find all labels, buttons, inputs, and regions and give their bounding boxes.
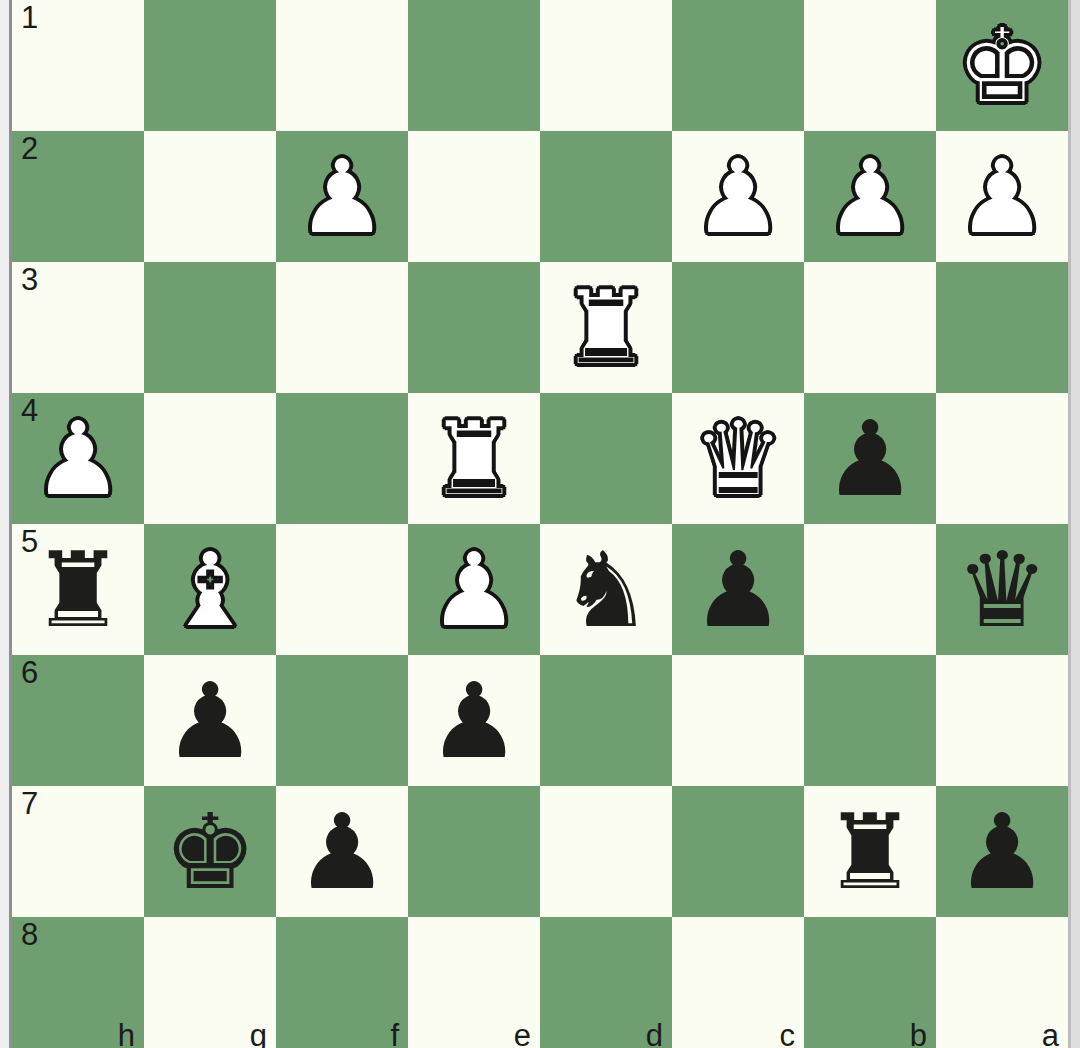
square-a3[interactable]	[936, 262, 1068, 393]
square-d4[interactable]	[540, 393, 672, 524]
white-pawn-h4[interactable]: ♟	[12, 393, 144, 524]
file-label-e: e	[514, 1017, 531, 1048]
left-gutter	[0, 0, 12, 1048]
square-g7[interactable]: ♚	[144, 786, 276, 917]
square-f8[interactable]: f	[276, 917, 408, 1048]
rank-label-3: 3	[21, 264, 38, 295]
square-a1[interactable]: ♚	[936, 0, 1068, 131]
square-h6[interactable]: 6	[12, 655, 144, 786]
square-b2[interactable]: ♟	[804, 131, 936, 262]
square-g1[interactable]	[144, 0, 276, 131]
square-b6[interactable]	[804, 655, 936, 786]
square-a7[interactable]: ♟	[936, 786, 1068, 917]
square-b3[interactable]	[804, 262, 936, 393]
square-e3[interactable]	[408, 262, 540, 393]
square-f3[interactable]	[276, 262, 408, 393]
file-label-f: f	[390, 1017, 399, 1048]
black-king-g7[interactable]: ♚	[144, 786, 276, 917]
square-e8[interactable]: e	[408, 917, 540, 1048]
square-h2[interactable]: 2	[12, 131, 144, 262]
square-e2[interactable]	[408, 131, 540, 262]
file-label-h: h	[118, 1017, 135, 1048]
square-g5[interactable]: ♝	[144, 524, 276, 655]
file-label-d: d	[646, 1017, 663, 1048]
black-pawn-a7[interactable]: ♟	[936, 786, 1068, 917]
black-rook-h5[interactable]: ♜	[12, 524, 144, 655]
rank-label-6: 6	[21, 657, 38, 688]
square-c4[interactable]: ♛	[672, 393, 804, 524]
square-h5[interactable]: 5♜	[12, 524, 144, 655]
square-c5[interactable]: ♟	[672, 524, 804, 655]
black-rook-b7[interactable]: ♜	[804, 786, 936, 917]
file-label-b: b	[910, 1017, 927, 1048]
white-pawn-c2[interactable]: ♟	[672, 131, 804, 262]
rank-label-1: 1	[21, 2, 38, 33]
square-h1[interactable]: 1	[12, 0, 144, 131]
white-pawn-a2[interactable]: ♟	[936, 131, 1068, 262]
square-e5[interactable]: ♟	[408, 524, 540, 655]
square-c3[interactable]	[672, 262, 804, 393]
square-g6[interactable]: ♟	[144, 655, 276, 786]
square-g8[interactable]: g	[144, 917, 276, 1048]
white-pawn-e5[interactable]: ♟	[408, 524, 540, 655]
square-d1[interactable]	[540, 0, 672, 131]
square-f5[interactable]	[276, 524, 408, 655]
square-b7[interactable]: ♜	[804, 786, 936, 917]
square-h3[interactable]: 3	[12, 262, 144, 393]
square-c8[interactable]: c	[672, 917, 804, 1048]
square-g3[interactable]	[144, 262, 276, 393]
black-pawn-g6[interactable]: ♟	[144, 655, 276, 786]
white-rook-d3[interactable]: ♜	[540, 262, 672, 393]
white-king-a1[interactable]: ♚	[936, 0, 1068, 131]
square-c6[interactable]	[672, 655, 804, 786]
chess-board: 1♚2♟♟♟♟3♜4♟♜♛♟5♜♝♟♞♟♛6♟♟7♚♟♜♟8hgfedcba	[12, 0, 1068, 1048]
square-d2[interactable]	[540, 131, 672, 262]
square-e6[interactable]: ♟	[408, 655, 540, 786]
square-c7[interactable]	[672, 786, 804, 917]
square-f1[interactable]	[276, 0, 408, 131]
black-pawn-b4[interactable]: ♟	[804, 393, 936, 524]
square-a2[interactable]: ♟	[936, 131, 1068, 262]
right-gutter	[1068, 0, 1080, 1048]
square-e7[interactable]	[408, 786, 540, 917]
white-queen-c4[interactable]: ♛	[672, 393, 804, 524]
chess-app-screen: 1♚2♟♟♟♟3♜4♟♜♛♟5♜♝♟♞♟♛6♟♟7♚♟♜♟8hgfedcba	[0, 0, 1080, 1048]
square-b4[interactable]: ♟	[804, 393, 936, 524]
square-c1[interactable]	[672, 0, 804, 131]
white-pawn-f2[interactable]: ♟	[276, 131, 408, 262]
black-queen-a5[interactable]: ♛	[936, 524, 1068, 655]
square-d5[interactable]: ♞	[540, 524, 672, 655]
square-b8[interactable]: b	[804, 917, 936, 1048]
square-d8[interactable]: d	[540, 917, 672, 1048]
square-d6[interactable]	[540, 655, 672, 786]
file-label-a: a	[1042, 1017, 1059, 1048]
square-g2[interactable]	[144, 131, 276, 262]
square-h8[interactable]: 8h	[12, 917, 144, 1048]
square-f7[interactable]: ♟	[276, 786, 408, 917]
black-pawn-e6[interactable]: ♟	[408, 655, 540, 786]
square-e1[interactable]	[408, 0, 540, 131]
square-d3[interactable]: ♜	[540, 262, 672, 393]
square-d7[interactable]	[540, 786, 672, 917]
square-c2[interactable]: ♟	[672, 131, 804, 262]
file-label-g: g	[250, 1017, 267, 1048]
square-f4[interactable]	[276, 393, 408, 524]
square-a8[interactable]: a	[936, 917, 1068, 1048]
white-rook-e4[interactable]: ♜	[408, 393, 540, 524]
square-h7[interactable]: 7	[12, 786, 144, 917]
rank-label-8: 8	[21, 919, 38, 950]
square-b5[interactable]	[804, 524, 936, 655]
file-label-c: c	[780, 1017, 796, 1048]
white-bishop-g5[interactable]: ♝	[144, 524, 276, 655]
white-pawn-b2[interactable]: ♟	[804, 131, 936, 262]
square-e4[interactable]: ♜	[408, 393, 540, 524]
square-f2[interactable]: ♟	[276, 131, 408, 262]
black-pawn-c5[interactable]: ♟	[672, 524, 804, 655]
square-f6[interactable]	[276, 655, 408, 786]
rank-label-2: 2	[21, 133, 38, 164]
square-a5[interactable]: ♛	[936, 524, 1068, 655]
square-h4[interactable]: 4♟	[12, 393, 144, 524]
square-b1[interactable]	[804, 0, 936, 131]
rank-label-7: 7	[21, 788, 38, 819]
square-a6[interactable]	[936, 655, 1068, 786]
black-knight-d5[interactable]: ♞	[540, 524, 672, 655]
black-pawn-f7[interactable]: ♟	[276, 786, 408, 917]
square-a4[interactable]	[936, 393, 1068, 524]
square-g4[interactable]	[144, 393, 276, 524]
